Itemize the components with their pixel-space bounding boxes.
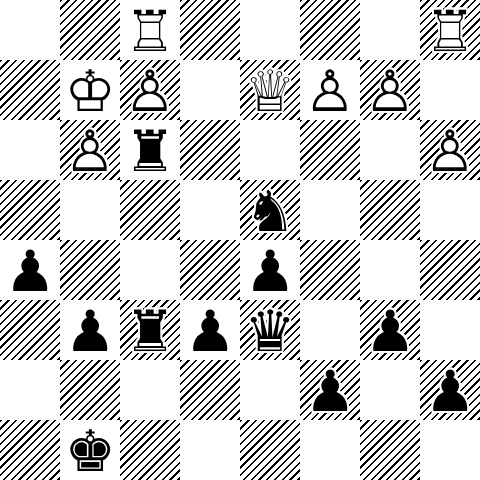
black-pawn-icon: ♟ — [420, 361, 480, 421]
black-pawn-icon: ♟ — [360, 301, 420, 361]
square-e2[interactable] — [240, 360, 300, 420]
piece-white-pawn[interactable]: ♟♙ — [360, 60, 420, 120]
square-c5[interactable] — [120, 180, 180, 240]
square-e1[interactable] — [240, 420, 300, 480]
square-d8[interactable] — [180, 0, 240, 60]
white-pawn-icon: ♙ — [420, 121, 480, 181]
square-e8[interactable] — [240, 0, 300, 60]
square-a4[interactable]: ♟♟ — [0, 240, 60, 300]
square-f4[interactable] — [300, 240, 360, 300]
square-a1[interactable] — [0, 420, 60, 480]
black-queen-icon: ♛ — [240, 301, 300, 361]
square-d2[interactable] — [180, 360, 240, 420]
square-f7[interactable]: ♟♙ — [300, 60, 360, 120]
piece-black-pawn[interactable]: ♟♟ — [360, 300, 420, 360]
black-pawn-icon: ♟ — [240, 241, 300, 301]
square-d5[interactable] — [180, 180, 240, 240]
square-b8[interactable] — [60, 0, 120, 60]
black-pawn-icon: ♟ — [300, 361, 360, 421]
piece-white-rook[interactable]: ♜♖ — [420, 0, 480, 60]
piece-white-pawn[interactable]: ♟♙ — [60, 120, 120, 180]
piece-black-rook[interactable]: ♜♜ — [120, 120, 180, 180]
white-pawn-icon: ♙ — [120, 61, 180, 121]
black-rook-icon: ♜ — [120, 121, 180, 181]
white-pawn-icon: ♙ — [300, 61, 360, 121]
square-e4[interactable]: ♟♟ — [240, 240, 300, 300]
square-g8[interactable] — [360, 0, 420, 60]
square-c3[interactable]: ♜♜ — [120, 300, 180, 360]
square-h4[interactable] — [420, 240, 480, 300]
square-f8[interactable] — [300, 0, 360, 60]
piece-white-queen[interactable]: ♛♕ — [240, 60, 300, 120]
square-e3[interactable]: ♛♛ — [240, 300, 300, 360]
square-g6[interactable] — [360, 120, 420, 180]
piece-black-pawn[interactable]: ♟♟ — [240, 240, 300, 300]
piece-black-knight[interactable]: ♞♞ — [240, 180, 300, 240]
piece-white-pawn[interactable]: ♟♙ — [420, 120, 480, 180]
square-a7[interactable] — [0, 60, 60, 120]
square-b3[interactable]: ♟♟ — [60, 300, 120, 360]
square-c4[interactable] — [120, 240, 180, 300]
piece-white-pawn[interactable]: ♟♙ — [120, 60, 180, 120]
chess-board: ♜♖♜♖♚♔♟♙♛♕♟♙♟♙♟♙♜♜♟♙♞♞♟♟♟♟♟♟♜♜♟♟♛♛♟♟♟♟♟♟… — [0, 0, 480, 480]
square-h1[interactable] — [420, 420, 480, 480]
square-h8[interactable]: ♜♖ — [420, 0, 480, 60]
piece-black-king[interactable]: ♚♚ — [60, 420, 120, 480]
square-g5[interactable] — [360, 180, 420, 240]
black-knight-icon: ♞ — [240, 181, 300, 241]
white-rook-icon: ♖ — [120, 1, 180, 61]
piece-black-pawn[interactable]: ♟♟ — [300, 360, 360, 420]
white-queen-icon: ♕ — [240, 61, 300, 121]
square-h3[interactable] — [420, 300, 480, 360]
square-c2[interactable] — [120, 360, 180, 420]
piece-black-pawn[interactable]: ♟♟ — [180, 300, 240, 360]
square-g1[interactable] — [360, 420, 420, 480]
square-a3[interactable] — [0, 300, 60, 360]
square-d6[interactable] — [180, 120, 240, 180]
square-f1[interactable] — [300, 420, 360, 480]
piece-white-king[interactable]: ♚♔ — [60, 60, 120, 120]
square-c1[interactable] — [120, 420, 180, 480]
square-c7[interactable]: ♟♙ — [120, 60, 180, 120]
white-pawn-icon: ♙ — [60, 121, 120, 181]
square-b1[interactable]: ♚♚ — [60, 420, 120, 480]
piece-black-rook[interactable]: ♜♜ — [120, 300, 180, 360]
square-h2[interactable]: ♟♟ — [420, 360, 480, 420]
square-d1[interactable] — [180, 420, 240, 480]
white-king-icon: ♔ — [60, 61, 120, 121]
square-d3[interactable]: ♟♟ — [180, 300, 240, 360]
piece-white-pawn[interactable]: ♟♙ — [300, 60, 360, 120]
square-e6[interactable] — [240, 120, 300, 180]
black-pawn-icon: ♟ — [180, 301, 240, 361]
square-f3[interactable] — [300, 300, 360, 360]
piece-black-pawn[interactable]: ♟♟ — [420, 360, 480, 420]
black-king-icon: ♚ — [60, 421, 120, 480]
square-b7[interactable]: ♚♔ — [60, 60, 120, 120]
black-rook-icon: ♜ — [120, 301, 180, 361]
square-f6[interactable] — [300, 120, 360, 180]
square-d4[interactable] — [180, 240, 240, 300]
square-g2[interactable] — [360, 360, 420, 420]
square-c8[interactable]: ♜♖ — [120, 0, 180, 60]
square-g7[interactable]: ♟♙ — [360, 60, 420, 120]
piece-black-pawn[interactable]: ♟♟ — [60, 300, 120, 360]
square-a8[interactable] — [0, 0, 60, 60]
square-h6[interactable]: ♟♙ — [420, 120, 480, 180]
square-c6[interactable]: ♜♜ — [120, 120, 180, 180]
square-a5[interactable] — [0, 180, 60, 240]
piece-black-queen[interactable]: ♛♛ — [240, 300, 300, 360]
piece-white-rook[interactable]: ♜♖ — [120, 0, 180, 60]
square-a6[interactable] — [0, 120, 60, 180]
square-g4[interactable] — [360, 240, 420, 300]
square-h5[interactable] — [420, 180, 480, 240]
square-a2[interactable] — [0, 360, 60, 420]
square-b6[interactable]: ♟♙ — [60, 120, 120, 180]
square-f5[interactable] — [300, 180, 360, 240]
square-h7[interactable] — [420, 60, 480, 120]
square-b4[interactable] — [60, 240, 120, 300]
square-e7[interactable]: ♛♕ — [240, 60, 300, 120]
black-pawn-icon: ♟ — [60, 301, 120, 361]
white-rook-icon: ♖ — [420, 1, 480, 61]
square-e5[interactable]: ♞♞ — [240, 180, 300, 240]
black-pawn-icon: ♟ — [0, 241, 60, 301]
square-g3[interactable]: ♟♟ — [360, 300, 420, 360]
square-b2[interactable] — [60, 360, 120, 420]
piece-black-pawn[interactable]: ♟♟ — [0, 240, 60, 300]
square-f2[interactable]: ♟♟ — [300, 360, 360, 420]
square-d7[interactable] — [180, 60, 240, 120]
white-pawn-icon: ♙ — [360, 61, 420, 121]
square-b5[interactable] — [60, 180, 120, 240]
